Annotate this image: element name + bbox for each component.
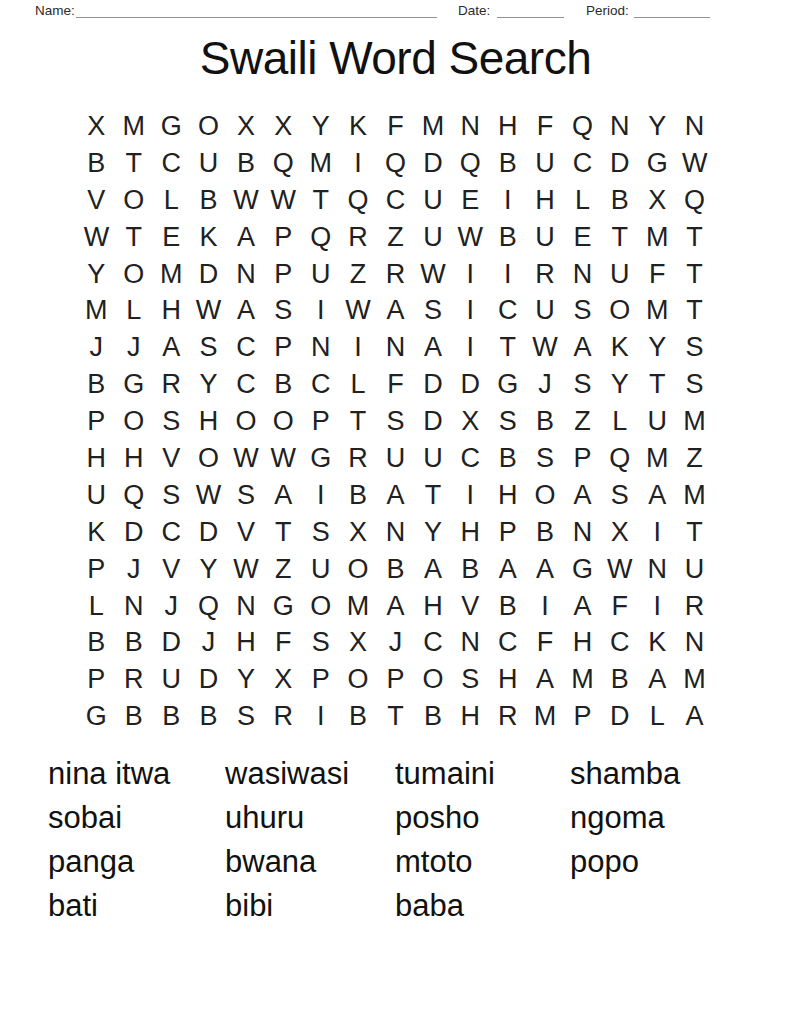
word-item: uhuru (225, 796, 395, 840)
grid-cell-r12c11: H (452, 514, 489, 551)
grid-cell-r12c8: X (339, 514, 376, 551)
grid-cell-r11c7: I (302, 477, 339, 514)
word-item: ngoma (570, 796, 680, 840)
grid-cell-r14c9: A (377, 588, 414, 625)
word-item: bati (48, 884, 225, 928)
grid-cell-r16c9: P (377, 661, 414, 698)
word-item: tumaini (395, 752, 570, 796)
grid-cell-r1c11: N (452, 108, 489, 145)
grid-cell-r17c1: G (78, 698, 115, 735)
grid-cell-r16c1: P (78, 661, 115, 698)
grid-cell-r16c4: D (190, 661, 227, 698)
grid-cell-r15c1: B (78, 624, 115, 661)
grid-cell-r1c16: Y (639, 108, 676, 145)
grid-cell-r7c15: K (601, 329, 638, 366)
grid-cell-r4c5: A (227, 219, 264, 256)
grid-cell-r10c10: U (414, 440, 451, 477)
grid-cell-r2c11: Q (452, 145, 489, 182)
grid-cell-r4c3: E (152, 219, 189, 256)
grid-cell-r10c15: Q (601, 440, 638, 477)
grid-cell-r3c4: B (190, 182, 227, 219)
grid-cell-r3c3: L (152, 182, 189, 219)
grid-cell-r15c17: N (676, 624, 713, 661)
grid-cell-r3c2: O (115, 182, 152, 219)
grid-cell-r12c4: D (190, 514, 227, 551)
grid-cell-r17c3: B (152, 698, 189, 735)
page-title: Swaili Word Search (0, 31, 791, 85)
grid-cell-r15c5: H (227, 624, 264, 661)
grid-cell-r14c6: G (265, 588, 302, 625)
grid-cell-r5c14: N (564, 256, 601, 293)
grid-cell-r9c1: P (78, 403, 115, 440)
grid-cell-r13c2: J (115, 551, 152, 588)
grid-cell-r10c17: Z (676, 440, 713, 477)
grid-cell-r2c5: B (227, 145, 264, 182)
grid-cell-r7c11: I (452, 329, 489, 366)
grid-cell-r9c15: L (601, 403, 638, 440)
grid-cell-r16c16: A (639, 661, 676, 698)
grid-cell-r13c5: W (227, 551, 264, 588)
grid-cell-r4c12: B (489, 219, 526, 256)
grid-cell-r4c13: U (526, 219, 563, 256)
grid-cell-r4c4: K (190, 219, 227, 256)
grid-cell-r17c13: M (526, 698, 563, 735)
grid-cell-r6c1: M (78, 292, 115, 329)
grid-cell-r16c13: A (526, 661, 563, 698)
grid-cell-r11c11: I (452, 477, 489, 514)
grid-cell-r7c9: N (377, 329, 414, 366)
grid-cell-r7c6: P (265, 329, 302, 366)
grid-cell-r3c15: B (601, 182, 638, 219)
grid-cell-r15c6: F (265, 624, 302, 661)
grid-cell-r3c17: Q (676, 182, 713, 219)
grid-cell-r12c3: C (152, 514, 189, 551)
grid-cell-r14c15: F (601, 588, 638, 625)
name-blank-line (76, 3, 437, 18)
grid-cell-r6c11: I (452, 292, 489, 329)
grid-cell-r16c2: R (115, 661, 152, 698)
grid-cell-r11c15: S (601, 477, 638, 514)
grid-cell-r5c11: I (452, 256, 489, 293)
grid-cell-r17c6: R (265, 698, 302, 735)
grid-cell-r12c1: K (78, 514, 115, 551)
grid-cell-r4c9: Z (377, 219, 414, 256)
word-item: bwana (225, 840, 395, 884)
grid-cell-r9c12: S (489, 403, 526, 440)
grid-cell-r16c15: B (601, 661, 638, 698)
word-item: mtoto (395, 840, 570, 884)
grid-cell-r4c7: Q (302, 219, 339, 256)
grid-cell-r1c3: G (152, 108, 189, 145)
grid-cell-r15c3: D (152, 624, 189, 661)
grid-cell-r3c1: V (78, 182, 115, 219)
grid-cell-r1c8: K (339, 108, 376, 145)
grid-cell-r11c4: W (190, 477, 227, 514)
grid-cell-r14c11: V (452, 588, 489, 625)
grid-cell-r8c4: Y (190, 366, 227, 403)
grid-cell-r9c2: O (115, 403, 152, 440)
grid-cell-r17c2: B (115, 698, 152, 735)
grid-cell-r1c15: N (601, 108, 638, 145)
grid-cell-r9c7: P (302, 403, 339, 440)
grid-cell-r10c9: U (377, 440, 414, 477)
word-list-column-4: shambangomapopo (570, 752, 680, 928)
grid-cell-r6c6: S (265, 292, 302, 329)
grid-cell-r9c4: H (190, 403, 227, 440)
grid-cell-r5c2: O (115, 256, 152, 293)
grid-cell-r6c17: T (676, 292, 713, 329)
grid-cell-r10c4: O (190, 440, 227, 477)
word-item: shamba (570, 752, 680, 796)
grid-cell-r6c2: L (115, 292, 152, 329)
grid-cell-r13c17: U (676, 551, 713, 588)
grid-cell-r8c3: R (152, 366, 189, 403)
grid-cell-r1c1: X (78, 108, 115, 145)
grid-cell-r13c6: Z (265, 551, 302, 588)
word-list-column-2: wasiwasiuhurubwanabibi (225, 752, 395, 928)
grid-cell-r5c13: R (526, 256, 563, 293)
grid-cell-r14c4: Q (190, 588, 227, 625)
grid-cell-r17c9: T (377, 698, 414, 735)
grid-cell-r17c7: I (302, 698, 339, 735)
grid-cell-r11c10: T (414, 477, 451, 514)
grid-cell-r3c9: C (377, 182, 414, 219)
grid-cell-r16c7: P (302, 661, 339, 698)
grid-cell-r8c5: C (227, 366, 264, 403)
grid-cell-r4c17: T (676, 219, 713, 256)
word-item: wasiwasi (225, 752, 395, 796)
grid-cell-r2c13: U (526, 145, 563, 182)
word-item: baba (395, 884, 570, 928)
grid-cell-r15c16: K (639, 624, 676, 661)
grid-cell-r5c7: U (302, 256, 339, 293)
grid-cell-r16c17: M (676, 661, 713, 698)
grid-cell-r15c14: H (564, 624, 601, 661)
grid-cell-r9c8: T (339, 403, 376, 440)
grid-cell-r3c7: T (302, 182, 339, 219)
grid-cell-r5c12: I (489, 256, 526, 293)
grid-cell-r7c4: S (190, 329, 227, 366)
grid-cell-r2c17: W (676, 145, 713, 182)
grid-cell-r14c3: J (152, 588, 189, 625)
grid-cell-r3c6: W (265, 182, 302, 219)
grid-cell-r6c4: W (190, 292, 227, 329)
grid-cell-r6c10: S (414, 292, 451, 329)
grid-cell-r9c13: B (526, 403, 563, 440)
grid-cell-r7c3: A (152, 329, 189, 366)
grid-cell-r16c12: H (489, 661, 526, 698)
grid-cell-r7c16: Y (639, 329, 676, 366)
grid-cell-r4c6: P (265, 219, 302, 256)
grid-cell-r14c10: H (414, 588, 451, 625)
grid-cell-r1c17: N (676, 108, 713, 145)
grid-cell-r2c3: C (152, 145, 189, 182)
grid-cell-r8c2: G (115, 366, 152, 403)
grid-cell-r8c16: T (639, 366, 676, 403)
period-blank-line (634, 3, 710, 18)
grid-cell-r14c12: B (489, 588, 526, 625)
grid-cell-r7c14: A (564, 329, 601, 366)
grid-cell-r6c7: I (302, 292, 339, 329)
grid-cell-r8c8: L (339, 366, 376, 403)
grid-cell-r13c16: N (639, 551, 676, 588)
grid-cell-r10c7: G (302, 440, 339, 477)
grid-cell-r12c10: Y (414, 514, 451, 551)
grid-cell-r3c13: H (526, 182, 563, 219)
grid-cell-r15c10: C (414, 624, 451, 661)
grid-cell-r3c5: W (227, 182, 264, 219)
grid-cell-r8c7: C (302, 366, 339, 403)
grid-cell-r10c1: H (78, 440, 115, 477)
grid-cell-r15c15: C (601, 624, 638, 661)
grid-cell-r13c3: V (152, 551, 189, 588)
grid-cell-r10c5: W (227, 440, 264, 477)
grid-cell-r1c12: H (489, 108, 526, 145)
grid-cell-r9c17: M (676, 403, 713, 440)
grid-cell-r17c5: S (227, 698, 264, 735)
grid-cell-r8c10: D (414, 366, 451, 403)
grid-cell-r12c12: P (489, 514, 526, 551)
grid-cell-r12c2: D (115, 514, 152, 551)
word-item: nina itwa (48, 752, 225, 796)
grid-cell-r9c14: Z (564, 403, 601, 440)
grid-cell-r14c13: I (526, 588, 563, 625)
grid-cell-r6c8: W (339, 292, 376, 329)
grid-cell-r2c6: Q (265, 145, 302, 182)
grid-cell-r3c11: E (452, 182, 489, 219)
grid-cell-r11c13: O (526, 477, 563, 514)
grid-cell-r16c6: X (265, 661, 302, 698)
word-list-column-1: nina itwasobaipangabati (48, 752, 225, 928)
grid-cell-r7c8: I (339, 329, 376, 366)
grid-cell-r14c2: N (115, 588, 152, 625)
grid-cell-r9c9: S (377, 403, 414, 440)
grid-cell-r8c6: B (265, 366, 302, 403)
grid-cell-r7c10: A (414, 329, 451, 366)
grid-cell-r14c1: L (78, 588, 115, 625)
grid-cell-r12c13: B (526, 514, 563, 551)
grid-cell-r13c12: A (489, 551, 526, 588)
grid-cell-r6c3: H (152, 292, 189, 329)
grid-cell-r9c5: O (227, 403, 264, 440)
word-item: bibi (225, 884, 395, 928)
grid-cell-r14c5: N (227, 588, 264, 625)
grid-cell-r6c5: A (227, 292, 264, 329)
grid-cell-r11c12: H (489, 477, 526, 514)
grid-cell-r11c2: Q (115, 477, 152, 514)
grid-cell-r11c16: A (639, 477, 676, 514)
grid-cell-r12c5: V (227, 514, 264, 551)
grid-cell-r2c8: I (339, 145, 376, 182)
grid-cell-r17c12: R (489, 698, 526, 735)
grid-cell-r13c7: U (302, 551, 339, 588)
grid-cell-r2c7: M (302, 145, 339, 182)
grid-cell-r4c8: R (339, 219, 376, 256)
grid-cell-r4c15: T (601, 219, 638, 256)
grid-cell-r5c6: P (265, 256, 302, 293)
grid-cell-r17c17: A (676, 698, 713, 735)
grid-cell-r1c13: F (526, 108, 563, 145)
grid-cell-r3c10: U (414, 182, 451, 219)
grid-cell-r6c13: U (526, 292, 563, 329)
grid-cell-r6c16: M (639, 292, 676, 329)
grid-cell-r14c14: A (564, 588, 601, 625)
grid-cell-r12c16: I (639, 514, 676, 551)
grid-cell-r11c14: A (564, 477, 601, 514)
grid-cell-r8c14: S (564, 366, 601, 403)
grid-cell-r4c11: W (452, 219, 489, 256)
grid-cell-r8c12: G (489, 366, 526, 403)
grid-cell-r7c2: J (115, 329, 152, 366)
grid-cell-r2c9: Q (377, 145, 414, 182)
grid-cell-r14c17: R (676, 588, 713, 625)
grid-cell-r5c16: F (639, 256, 676, 293)
grid-cell-r6c9: A (377, 292, 414, 329)
date-label: Date: (458, 3, 490, 18)
grid-cell-r17c4: B (190, 698, 227, 735)
grid-cell-r17c14: P (564, 698, 601, 735)
grid-cell-r11c5: S (227, 477, 264, 514)
grid-cell-r4c14: E (564, 219, 601, 256)
grid-cell-r15c8: X (339, 624, 376, 661)
grid-cell-r1c5: X (227, 108, 264, 145)
grid-cell-r15c13: F (526, 624, 563, 661)
grid-cell-r4c2: T (115, 219, 152, 256)
period-label: Period: (586, 3, 629, 18)
grid-cell-r4c16: M (639, 219, 676, 256)
grid-cell-r9c3: S (152, 403, 189, 440)
grid-cell-r9c11: X (452, 403, 489, 440)
grid-cell-r5c17: T (676, 256, 713, 293)
grid-cell-r14c8: M (339, 588, 376, 625)
grid-cell-r1c7: Y (302, 108, 339, 145)
grid-cell-r13c11: B (452, 551, 489, 588)
grid-cell-r16c10: O (414, 661, 451, 698)
grid-cell-r12c9: N (377, 514, 414, 551)
grid-cell-r15c4: J (190, 624, 227, 661)
grid-cell-r2c15: D (601, 145, 638, 182)
grid-cell-r7c7: N (302, 329, 339, 366)
grid-cell-r10c12: B (489, 440, 526, 477)
grid-cell-r1c2: M (115, 108, 152, 145)
grid-cell-r13c13: A (526, 551, 563, 588)
grid-cell-r16c5: Y (227, 661, 264, 698)
grid-cell-r13c15: W (601, 551, 638, 588)
grid-cell-r4c10: U (414, 219, 451, 256)
grid-cell-r13c10: A (414, 551, 451, 588)
word-item: posho (395, 796, 570, 840)
grid-cell-r8c13: J (526, 366, 563, 403)
grid-cell-r1c14: Q (564, 108, 601, 145)
grid-cell-r4c1: W (78, 219, 115, 256)
grid-cell-r16c3: U (152, 661, 189, 698)
grid-cell-r3c16: X (639, 182, 676, 219)
grid-cell-r3c8: Q (339, 182, 376, 219)
grid-cell-r2c1: B (78, 145, 115, 182)
word-list: nina itwasobaipangabatiwasiwasiuhurubwan… (48, 752, 791, 928)
grid-cell-r10c13: S (526, 440, 563, 477)
grid-cell-r12c14: N (564, 514, 601, 551)
grid-cell-r1c10: M (414, 108, 451, 145)
grid-cell-r5c10: W (414, 256, 451, 293)
grid-cell-r2c4: U (190, 145, 227, 182)
grid-cell-r7c12: T (489, 329, 526, 366)
grid-cell-r10c16: M (639, 440, 676, 477)
word-search-grid: XMGOXXYKFMNHFQNYNBTCUBQMIQDQBUCDGWVOLBWW… (78, 108, 714, 735)
grid-cell-r15c12: C (489, 624, 526, 661)
grid-cell-r7c13: W (526, 329, 563, 366)
grid-cell-r2c14: C (564, 145, 601, 182)
grid-cell-r15c7: S (302, 624, 339, 661)
grid-cell-r15c9: J (377, 624, 414, 661)
grid-cell-r3c12: I (489, 182, 526, 219)
grid-cell-r2c2: T (115, 145, 152, 182)
grid-cell-r6c14: S (564, 292, 601, 329)
grid-cell-r16c11: S (452, 661, 489, 698)
word-list-column-3: tumainiposhomtotobaba (395, 752, 570, 928)
grid-cell-r11c9: A (377, 477, 414, 514)
grid-cell-r11c6: A (265, 477, 302, 514)
grid-cell-r12c15: X (601, 514, 638, 551)
grid-cell-r11c8: B (339, 477, 376, 514)
grid-cell-r12c6: T (265, 514, 302, 551)
word-item: popo (570, 840, 680, 884)
grid-cell-r11c17: M (676, 477, 713, 514)
grid-cell-r5c4: D (190, 256, 227, 293)
grid-cell-r17c11: H (452, 698, 489, 735)
name-label: Name: (35, 3, 75, 18)
grid-cell-r5c15: U (601, 256, 638, 293)
grid-cell-r17c8: B (339, 698, 376, 735)
grid-cell-r8c15: Y (601, 366, 638, 403)
grid-cell-r16c14: M (564, 661, 601, 698)
grid-cell-r14c16: I (639, 588, 676, 625)
grid-cell-r12c7: S (302, 514, 339, 551)
grid-cell-r8c11: D (452, 366, 489, 403)
grid-cell-r5c1: Y (78, 256, 115, 293)
grid-cell-r5c5: N (227, 256, 264, 293)
grid-cell-r17c16: L (639, 698, 676, 735)
date-blank-line (497, 3, 564, 18)
grid-cell-r8c1: B (78, 366, 115, 403)
grid-cell-r8c17: S (676, 366, 713, 403)
grid-cell-r1c9: F (377, 108, 414, 145)
grid-cell-r8c9: F (377, 366, 414, 403)
grid-cell-r16c8: O (339, 661, 376, 698)
grid-cell-r15c2: B (115, 624, 152, 661)
grid-cell-r6c12: C (489, 292, 526, 329)
grid-cell-r10c14: P (564, 440, 601, 477)
grid-cell-r13c4: Y (190, 551, 227, 588)
word-item: sobai (48, 796, 225, 840)
grid-cell-r5c3: M (152, 256, 189, 293)
grid-cell-r13c1: P (78, 551, 115, 588)
grid-cell-r17c15: D (601, 698, 638, 735)
word-item: panga (48, 840, 225, 884)
grid-cell-r12c17: T (676, 514, 713, 551)
grid-cell-r11c1: U (78, 477, 115, 514)
grid-cell-r17c10: B (414, 698, 451, 735)
grid-cell-r10c11: C (452, 440, 489, 477)
grid-cell-r13c8: O (339, 551, 376, 588)
grid-cell-r9c16: U (639, 403, 676, 440)
grid-cell-r5c9: R (377, 256, 414, 293)
grid-cell-r10c3: V (152, 440, 189, 477)
grid-cell-r7c5: C (227, 329, 264, 366)
grid-cell-r13c9: B (377, 551, 414, 588)
grid-cell-r9c10: D (414, 403, 451, 440)
grid-cell-r2c16: G (639, 145, 676, 182)
